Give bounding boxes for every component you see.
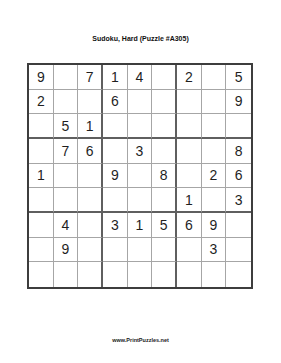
cell-r4c9: 8 <box>226 139 251 164</box>
cell-r3c2: 5 <box>54 114 79 139</box>
cell-r1c3: 7 <box>78 65 103 90</box>
cell-r6c8 <box>202 188 227 213</box>
cell-r5c3 <box>78 164 103 189</box>
cell-r5c2 <box>54 164 79 189</box>
cell-r1c9: 5 <box>226 65 251 90</box>
cell-r3c8 <box>202 114 227 139</box>
cell-r4c2: 7 <box>54 139 79 164</box>
cell-r8c5 <box>128 238 153 263</box>
cell-r8c7 <box>177 238 202 263</box>
cell-r7c2: 4 <box>54 213 79 238</box>
cell-r7c7: 6 <box>177 213 202 238</box>
cell-r5c7 <box>177 164 202 189</box>
cell-r7c9 <box>226 213 251 238</box>
cell-r9c3 <box>78 262 103 287</box>
cell-r3c6 <box>152 114 177 139</box>
cell-r2c1: 2 <box>29 90 54 115</box>
cell-r3c4 <box>103 114 128 139</box>
puzzle-page: Sudoku, Hard (Puzzle #A305) 971425269517… <box>0 0 281 363</box>
puzzle-title: Sudoku, Hard (Puzzle #A305) <box>0 35 281 42</box>
cell-r9c2 <box>54 262 79 287</box>
cell-r5c9: 6 <box>226 164 251 189</box>
cell-r2c2 <box>54 90 79 115</box>
cell-r4c8 <box>202 139 227 164</box>
cell-r5c6: 8 <box>152 164 177 189</box>
cell-r8c1 <box>29 238 54 263</box>
cell-r8c8: 3 <box>202 238 227 263</box>
cell-r3c3: 1 <box>78 114 103 139</box>
cell-r7c6: 5 <box>152 213 177 238</box>
cell-r5c4: 9 <box>103 164 128 189</box>
cell-r4c7 <box>177 139 202 164</box>
cell-r4c1 <box>29 139 54 164</box>
cell-r2c3 <box>78 90 103 115</box>
cell-r9c6 <box>152 262 177 287</box>
sudoku-board: 971425269517638198261343156993 <box>27 63 253 289</box>
cell-r2c4: 6 <box>103 90 128 115</box>
cell-r3c5 <box>128 114 153 139</box>
cell-r4c6 <box>152 139 177 164</box>
cell-r4c4 <box>103 139 128 164</box>
cell-r9c5 <box>128 262 153 287</box>
cell-r1c5: 4 <box>128 65 153 90</box>
cell-r6c3 <box>78 188 103 213</box>
cell-r6c9: 3 <box>226 188 251 213</box>
cell-r7c8: 9 <box>202 213 227 238</box>
cell-r7c4: 3 <box>103 213 128 238</box>
cell-r1c2 <box>54 65 79 90</box>
cell-r6c7: 1 <box>177 188 202 213</box>
cell-r7c3 <box>78 213 103 238</box>
cell-r2c6 <box>152 90 177 115</box>
cell-r8c3 <box>78 238 103 263</box>
footer-url: www.PrintPuzzles.net <box>0 337 281 343</box>
cell-r9c4 <box>103 262 128 287</box>
cell-r7c1 <box>29 213 54 238</box>
cell-r9c8 <box>202 262 227 287</box>
cell-r3c1 <box>29 114 54 139</box>
cell-r2c9: 9 <box>226 90 251 115</box>
cell-r8c6 <box>152 238 177 263</box>
cell-r8c4 <box>103 238 128 263</box>
cell-r1c4: 1 <box>103 65 128 90</box>
cell-r4c3: 6 <box>78 139 103 164</box>
cell-r7c5: 1 <box>128 213 153 238</box>
cell-r1c7: 2 <box>177 65 202 90</box>
cell-r8c9 <box>226 238 251 263</box>
cell-r3c7 <box>177 114 202 139</box>
cell-r8c2: 9 <box>54 238 79 263</box>
cell-r1c1: 9 <box>29 65 54 90</box>
cell-r6c5 <box>128 188 153 213</box>
cell-r5c5 <box>128 164 153 189</box>
cell-r9c7 <box>177 262 202 287</box>
cell-r2c7 <box>177 90 202 115</box>
cell-r6c4 <box>103 188 128 213</box>
cell-r9c1 <box>29 262 54 287</box>
cell-r2c8 <box>202 90 227 115</box>
cell-r6c2 <box>54 188 79 213</box>
cell-r1c8 <box>202 65 227 90</box>
cell-r2c5 <box>128 90 153 115</box>
cell-r9c9 <box>226 262 251 287</box>
cell-r6c1 <box>29 188 54 213</box>
cell-r5c8: 2 <box>202 164 227 189</box>
cell-r1c6 <box>152 65 177 90</box>
cell-r3c9 <box>226 114 251 139</box>
cell-r6c6 <box>152 188 177 213</box>
cell-r4c5: 3 <box>128 139 153 164</box>
cell-r5c1: 1 <box>29 164 54 189</box>
